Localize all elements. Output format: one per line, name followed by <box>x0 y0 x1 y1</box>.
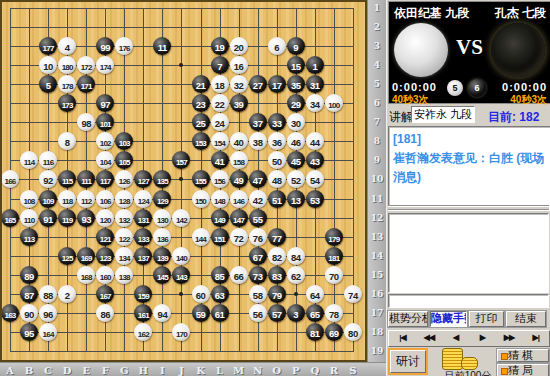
col-label-O: O <box>268 365 286 376</box>
col-label-G: G <box>115 365 133 376</box>
stone-L13-B151: 151 <box>211 228 229 246</box>
star-point-J16 <box>179 292 183 296</box>
stone-O7-B33: 33 <box>268 113 286 131</box>
stone-C12-B91: 91 <box>39 209 57 227</box>
stone-J12-W142: 142 <box>172 209 190 227</box>
stone-M15-W66: 66 <box>230 266 248 284</box>
row-label-18: 18 <box>368 327 386 337</box>
stone-K8-B153: 153 <box>192 132 210 150</box>
stone-D5-W178: 178 <box>58 75 76 93</box>
stone-G13-W122: 122 <box>115 228 133 246</box>
row-label-15: 15 <box>368 270 386 280</box>
row-label-1: 1 <box>368 3 386 13</box>
col-label-N: N <box>249 365 267 376</box>
stone-C16-W88: 88 <box>39 285 57 303</box>
stone-Q9-B43: 43 <box>306 151 324 169</box>
back-move-button[interactable]: ◀ <box>442 331 469 346</box>
stone-F15-W160: 160 <box>96 266 114 284</box>
stone-Q10-W54: 54 <box>306 170 324 188</box>
black-ball-count: 6 <box>468 79 486 97</box>
fast-forward-move-button[interactable]: ▶▶ <box>496 331 523 346</box>
stone-Q18-B81: 81 <box>306 323 324 341</box>
stone-O11-B51: 51 <box>268 190 286 208</box>
stone-B16-B87: 87 <box>20 285 38 303</box>
stone-D6-B173: 173 <box>58 94 76 112</box>
row-label-16: 16 <box>368 289 386 299</box>
stone-J18-W170: 170 <box>172 323 190 341</box>
stone-H12-B131: 131 <box>134 209 152 227</box>
stone-K5-B21: 21 <box>192 75 210 93</box>
stone-D14-B125: 125 <box>58 247 76 265</box>
stone-N8-W38: 38 <box>249 132 267 150</box>
stone-O16-B79: 79 <box>268 285 286 303</box>
stone-R17-W78: 78 <box>325 304 343 322</box>
stone-D4-W180: 180 <box>58 56 76 74</box>
stone-J15-B143: 143 <box>172 266 190 284</box>
commentator-row: 讲解: 安祚永 九段 目前: 182手 <box>387 103 550 126</box>
stone-I13-W136: 136 <box>153 228 171 246</box>
stone-M10-B49: 49 <box>230 170 248 188</box>
stone-R13-B179: 179 <box>325 228 343 246</box>
col-label-S: S <box>344 365 362 376</box>
stone-O9-W50: 50 <box>268 151 286 169</box>
row-label-17: 17 <box>368 308 386 318</box>
stone-E15-W168: 168 <box>77 266 95 284</box>
stone-K17-B59: 59 <box>192 304 210 322</box>
guess-game-label: 猜 局 <box>508 364 533 376</box>
stone-K16-W60: 60 <box>192 285 210 303</box>
stone-Q16-W64: 64 <box>306 285 324 303</box>
stone-Q11-B53: 53 <box>306 190 324 208</box>
stone-N10-B47: 47 <box>249 170 267 188</box>
stone-B13-B113: 113 <box>20 228 38 246</box>
stone-R15-W70: 70 <box>325 266 343 284</box>
stone-G12-W132: 132 <box>115 209 133 227</box>
research-button[interactable]: 研讨 <box>390 350 426 373</box>
last-move-button[interactable]: ▶| <box>522 331 549 346</box>
stone-M11-W146: 146 <box>230 190 248 208</box>
commentator-field[interactable]: 安祚永 九段 <box>411 106 475 123</box>
stone-Q5-B31: 31 <box>306 75 324 93</box>
stone-C4-W10: 10 <box>39 56 57 74</box>
col-label-I: I <box>153 365 171 376</box>
stone-C9-W116: 116 <box>39 151 57 169</box>
stone-E10-B111: 111 <box>77 170 95 188</box>
col-label-A: A <box>1 365 19 376</box>
stone-D16-W2: 2 <box>58 285 76 303</box>
bottom-bar: 研讨 目前100分 猜 棋 猜 局 <box>387 347 550 376</box>
stone-F3-B99: 99 <box>96 37 114 55</box>
go-board[interactable]: 1774991761119206910180172174716151517817… <box>0 0 367 362</box>
stone-D3-W4: 4 <box>58 37 76 55</box>
stone-P10-W52: 52 <box>287 170 305 188</box>
guess-game-button[interactable]: 猜 局 <box>497 364 549 376</box>
row-label-5: 5 <box>368 79 386 89</box>
row-label-13: 13 <box>368 232 386 242</box>
stone-N14-B67: 67 <box>249 247 267 265</box>
stone-O15-B83: 83 <box>268 266 286 284</box>
stone-P6-B29: 29 <box>287 94 305 112</box>
stone-O8-W36: 36 <box>268 132 286 150</box>
stone-Q8-W44: 44 <box>306 132 324 150</box>
commentary-message: 崔哲瀚发表意见：白胜 (现场消息) <box>393 149 550 187</box>
stone-H17-B161: 161 <box>134 304 152 322</box>
vs-label: VS <box>389 35 550 60</box>
toolbar-button-1[interactable]: 棋势分析 <box>388 311 428 327</box>
col-label-E: E <box>77 365 95 376</box>
stone-G11-W128: 128 <box>115 190 133 208</box>
stone-J14-W140: 140 <box>172 247 190 265</box>
stone-S18-W80: 80 <box>344 323 362 341</box>
row-label-12: 12 <box>368 213 386 223</box>
stone-P7-W30: 30 <box>287 113 305 131</box>
discussion-box[interactable] <box>388 213 549 293</box>
stone-I17-W94: 94 <box>153 304 171 322</box>
stone-L17-B61: 61 <box>211 304 229 322</box>
stone-O17-B57: 57 <box>268 304 286 322</box>
stone-K10-B155: 155 <box>192 170 210 188</box>
stone-B9-W114: 114 <box>20 151 38 169</box>
star-point-P16 <box>294 292 298 296</box>
white-player-name: 依田纪基 九段 <box>394 5 469 22</box>
stone-E5-B171: 171 <box>77 75 95 93</box>
stone-P9-B45: 45 <box>287 151 305 169</box>
stone-G15-W138: 138 <box>115 266 133 284</box>
stone-F14-B123: 123 <box>96 247 114 265</box>
stone-L11-W148: 148 <box>211 190 229 208</box>
stone-A10-W166: 166 <box>1 170 19 188</box>
stone-R6-W100: 100 <box>325 94 343 112</box>
stone-P15-W62: 62 <box>287 266 305 284</box>
stone-K6-B23: 23 <box>192 94 210 112</box>
row-label-4: 4 <box>368 60 386 70</box>
stone-D8-W8: 8 <box>58 132 76 150</box>
commentary-move-tag: [181] <box>393 130 550 149</box>
toolbar-button-2[interactable]: 隐藏手数 <box>430 311 467 327</box>
row-label-10: 10 <box>368 174 386 184</box>
col-label-L: L <box>211 365 229 376</box>
stone-A12-B165: 165 <box>1 209 19 227</box>
stone-I3-B11: 11 <box>153 37 171 55</box>
row-label-8: 8 <box>368 136 386 146</box>
stone-F6-B97: 97 <box>96 94 114 112</box>
stone-P4-B15: 15 <box>287 56 305 74</box>
stone-E4-W172: 172 <box>77 56 95 74</box>
col-label-H: H <box>134 365 152 376</box>
stone-O3-W6: 6 <box>268 37 286 55</box>
chat-input[interactable] <box>388 294 549 308</box>
stone-G8-B103: 103 <box>115 132 133 150</box>
row-label-7: 7 <box>368 117 386 127</box>
stone-L3-B19: 19 <box>211 37 229 55</box>
stone-O14-W82: 82 <box>268 247 286 265</box>
stone-P3-B9: 9 <box>287 37 305 55</box>
stone-Q4-B1: 1 <box>306 56 324 74</box>
players-box: 依田纪基 九段 孔杰 七段 VS 0:00:00 0:00:00 5 6 40秒… <box>388 1 550 104</box>
stone-N13-W76: 76 <box>249 228 267 246</box>
action-button-row: 棋势分析隐藏手数打印结束 <box>388 311 550 327</box>
stone-F9-W104: 104 <box>96 151 114 169</box>
stone-M9-W158: 158 <box>230 151 248 169</box>
stone-P14-W84: 84 <box>287 247 305 265</box>
stone-G9-B105: 105 <box>115 151 133 169</box>
stone-C11-B109: 109 <box>39 190 57 208</box>
col-label-Q: Q <box>306 365 324 376</box>
stone-N16-W58: 58 <box>249 285 267 303</box>
stone-E7-W98: 98 <box>77 113 95 131</box>
stone-L6-W22: 22 <box>211 94 229 112</box>
stone-C3-B177: 177 <box>39 37 57 55</box>
stone-L8-W154: 154 <box>211 132 229 150</box>
stone-L12-B149: 149 <box>211 209 229 227</box>
stone-N11-W42: 42 <box>249 190 267 208</box>
white-clock: 0:00:00 <box>392 81 437 93</box>
stone-M3-W20: 20 <box>230 37 248 55</box>
col-label-F: F <box>96 365 114 376</box>
stone-M13-W72: 72 <box>230 228 248 246</box>
go-broadcast-window: 1774991761119206910180172174716151517817… <box>0 0 550 376</box>
stone-P11-B13: 13 <box>287 190 305 208</box>
stone-F13-B121: 121 <box>96 228 114 246</box>
stone-F17-W86: 86 <box>96 304 114 322</box>
col-label-R: R <box>325 365 343 376</box>
stone-P17-B3: 3 <box>287 304 305 322</box>
star-point-J10 <box>179 177 183 181</box>
commentary-message-box[interactable]: [181] 崔哲瀚发表意见：白胜 (现场消息) <box>388 126 550 211</box>
guess-move-button[interactable]: 猜 棋 <box>497 349 549 362</box>
stone-C18-W164: 164 <box>39 323 57 341</box>
white-ball-count: 5 <box>447 80 463 96</box>
stone-H10-B127: 127 <box>134 170 152 188</box>
stone-K13-W144: 144 <box>192 228 210 246</box>
stone-F8-W102: 102 <box>96 132 114 150</box>
row-label-19: 19 <box>368 346 386 356</box>
black-player-name: 孔杰 七段 <box>495 5 546 22</box>
stone-N17-W56: 56 <box>249 304 267 322</box>
col-label-D: D <box>58 365 76 376</box>
stone-I15-B145: 145 <box>153 266 171 284</box>
move-navigation-bar: |◀◀◀◀▶▶▶▶| <box>388 330 550 347</box>
forward-move-button[interactable]: ▶ <box>469 331 496 346</box>
col-label-J: J <box>172 365 190 376</box>
col-label-M: M <box>230 365 248 376</box>
guess-move-label: 猜 棋 <box>508 349 533 361</box>
stone-L9-B41: 41 <box>211 151 229 169</box>
stone-O13-B77: 77 <box>268 228 286 246</box>
stone-I12-W130: 130 <box>153 209 171 227</box>
stone-R18-B69: 69 <box>325 323 343 341</box>
stone-G10-W126: 126 <box>115 170 133 188</box>
stone-H11-W124: 124 <box>134 190 152 208</box>
column-coordinates-strip: ABCDEFGHIJKLMNOPQRS <box>0 362 386 376</box>
toolbar-button-3[interactable]: 打印 <box>469 311 504 327</box>
row-label-14: 14 <box>368 251 386 261</box>
col-label-C: C <box>39 365 57 376</box>
black-clock: 0:00:00 <box>502 81 547 93</box>
stone-E11-W112: 112 <box>77 190 95 208</box>
row-label-11: 11 <box>368 194 386 204</box>
row-coordinates-strip: 12345678910111213141516171819 <box>367 0 387 362</box>
stone-B18-B95: 95 <box>20 323 38 341</box>
stone-D12-B119: 119 <box>58 209 76 227</box>
stone-B17-W90: 90 <box>20 304 38 322</box>
stone-P5-B35: 35 <box>287 75 305 93</box>
stone-L10-W156: 156 <box>211 170 229 188</box>
stone-L15-B85: 85 <box>211 266 229 284</box>
stone-G14-W134: 134 <box>115 247 133 265</box>
stone-E12-B93: 93 <box>77 209 95 227</box>
stone-I14-B139: 139 <box>153 247 171 265</box>
stone-F10-B117: 117 <box>96 170 114 188</box>
stone-K7-B25: 25 <box>192 113 210 131</box>
stone-B11-W108: 108 <box>20 190 38 208</box>
orange-bullet-icon <box>501 353 508 360</box>
stone-C5-B5: 5 <box>39 75 57 93</box>
stone-I11-B129: 129 <box>153 190 171 208</box>
stone-H14-B137: 137 <box>134 247 152 265</box>
toolbar-button-4[interactable]: 结束 <box>506 311 546 327</box>
stone-F4-W174: 174 <box>96 56 114 74</box>
row-label-2: 2 <box>368 22 386 32</box>
stone-F11-W106: 106 <box>96 190 114 208</box>
stone-B15-B89: 89 <box>20 266 38 284</box>
stone-D11-W118: 118 <box>58 190 76 208</box>
orange-bullet-icon <box>501 368 508 375</box>
stone-N5-B27: 27 <box>249 75 267 93</box>
stone-L5-W18: 18 <box>211 75 229 93</box>
stone-F12-W120: 120 <box>96 209 114 227</box>
row-label-3: 3 <box>368 41 386 51</box>
stone-M5-W32: 32 <box>230 75 248 93</box>
stone-Q17-B65: 65 <box>306 304 324 322</box>
rewind-move-button[interactable]: ◀◀ <box>416 331 443 346</box>
stone-F16-B167: 167 <box>96 285 114 303</box>
stone-I10-B135: 135 <box>153 170 171 188</box>
panel-splitter[interactable] <box>388 205 549 213</box>
stone-H16-B159: 159 <box>134 285 152 303</box>
stone-E14-B169: 169 <box>77 247 95 265</box>
col-label-B: B <box>20 365 38 376</box>
stone-M4-W16: 16 <box>230 56 248 74</box>
star-point-J4 <box>179 63 183 67</box>
stone-H13-B133: 133 <box>134 228 152 246</box>
first-move-button[interactable]: |◀ <box>389 331 416 346</box>
stone-K11-W150: 150 <box>192 190 210 208</box>
coins-icon <box>442 348 463 370</box>
stone-P8-W46: 46 <box>287 132 305 150</box>
stone-L4-B7: 7 <box>211 56 229 74</box>
stone-F7-B101: 101 <box>96 113 114 131</box>
stone-M6-B39: 39 <box>230 94 248 112</box>
board-area: 1774991761119206910180172174716151517817… <box>0 0 386 376</box>
stone-A17-B163: 163 <box>1 304 19 322</box>
stone-Q6-W34: 34 <box>306 94 324 112</box>
stone-B12-W110: 110 <box>20 209 38 227</box>
stone-G3-W176: 176 <box>115 37 133 55</box>
stone-C17-W96: 96 <box>39 304 57 322</box>
stone-J9-B157: 157 <box>172 151 190 169</box>
stone-S16-W74: 74 <box>344 285 362 303</box>
side-panel: 依田纪基 九段 孔杰 七段 VS 0:00:00 0:00:00 5 6 40秒… <box>386 0 550 376</box>
stone-O10-W48: 48 <box>268 170 286 188</box>
points-label: 目前100分 <box>431 369 505 376</box>
stone-D10-B115: 115 <box>58 170 76 188</box>
stone-M8-W40: 40 <box>230 132 248 150</box>
stone-R14-B181: 181 <box>325 247 343 265</box>
stone-O5-B17: 17 <box>268 75 286 93</box>
col-label-P: P <box>287 365 305 376</box>
stone-H18-W162: 162 <box>134 323 152 341</box>
col-label-K: K <box>192 365 210 376</box>
stone-M12-B147: 147 <box>230 209 248 227</box>
stone-N7-B37: 37 <box>249 113 267 131</box>
stone-L7-W24: 24 <box>211 113 229 131</box>
row-label-6: 6 <box>368 98 386 108</box>
row-label-9: 9 <box>368 155 386 165</box>
stone-N15-B73: 73 <box>249 266 267 284</box>
stone-C10-W92: 92 <box>39 170 57 188</box>
stone-N12-B55: 55 <box>249 209 267 227</box>
stone-L16-B63: 63 <box>211 285 229 303</box>
